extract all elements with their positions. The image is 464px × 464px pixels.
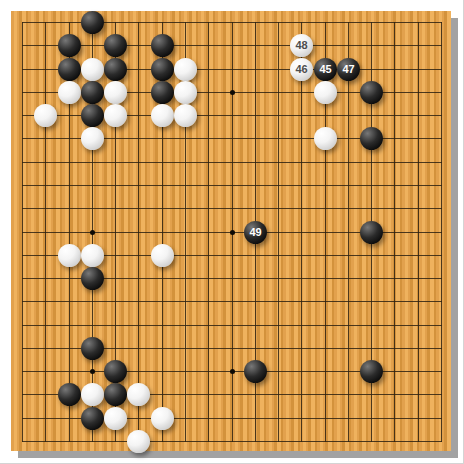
star-point [230, 90, 235, 95]
stone-white [34, 104, 57, 127]
star-point [230, 369, 235, 374]
stone-white: 46 [290, 58, 313, 81]
stone-black: 47 [337, 58, 360, 81]
stone-white [81, 244, 104, 267]
stone-black [81, 267, 104, 290]
stone-white [127, 383, 150, 406]
stone-white [174, 58, 197, 81]
stone-black [360, 127, 383, 150]
stone-white [174, 81, 197, 104]
stone-white [81, 383, 104, 406]
stone-white [58, 81, 81, 104]
stone-black [58, 34, 81, 57]
stone-white [104, 104, 127, 127]
stone-white [151, 244, 174, 267]
stone-black [360, 221, 383, 244]
move-number-label: 47 [342, 58, 354, 81]
stone-white [314, 81, 337, 104]
stone-black: 49 [244, 221, 267, 244]
move-number-label: 49 [249, 221, 261, 244]
stone-white [58, 244, 81, 267]
grid-line [22, 441, 442, 442]
grid-line [278, 22, 279, 442]
stone-black [81, 11, 104, 34]
star-point [90, 369, 95, 374]
stone-black [104, 360, 127, 383]
move-number-label: 46 [295, 58, 307, 81]
go-game-diagram: 4846454749 [0, 0, 464, 464]
stone-white [151, 104, 174, 127]
stone-black [244, 360, 267, 383]
stone-white [314, 127, 337, 150]
stone-white: 48 [290, 34, 313, 57]
stone-black [151, 58, 174, 81]
stone-black [104, 34, 127, 57]
grid-line [394, 22, 395, 442]
stone-black [360, 360, 383, 383]
star-point [230, 230, 235, 235]
stone-black [360, 81, 383, 104]
stone-white [81, 58, 104, 81]
stone-white [174, 104, 197, 127]
stone-black [104, 58, 127, 81]
stone-black [58, 58, 81, 81]
stone-white [127, 430, 150, 453]
stone-black [151, 81, 174, 104]
stone-black [151, 34, 174, 57]
move-number-label: 48 [295, 34, 307, 57]
stone-white [104, 407, 127, 430]
stone-white [151, 407, 174, 430]
star-point [90, 230, 95, 235]
grid-line [418, 22, 419, 442]
stone-black [81, 104, 104, 127]
stone-black [81, 407, 104, 430]
move-number-label: 45 [319, 58, 331, 81]
stone-black [81, 337, 104, 360]
go-board[interactable]: 4846454749 [11, 11, 451, 451]
stone-black [58, 383, 81, 406]
stone-white [81, 127, 104, 150]
stone-black [81, 81, 104, 104]
grid-line [348, 22, 349, 442]
grid-line [441, 22, 442, 442]
stone-black: 45 [314, 58, 337, 81]
stone-black [104, 383, 127, 406]
grid-line [22, 325, 442, 326]
grid-line [22, 301, 442, 302]
stone-white [104, 81, 127, 104]
grid-line [301, 22, 302, 442]
